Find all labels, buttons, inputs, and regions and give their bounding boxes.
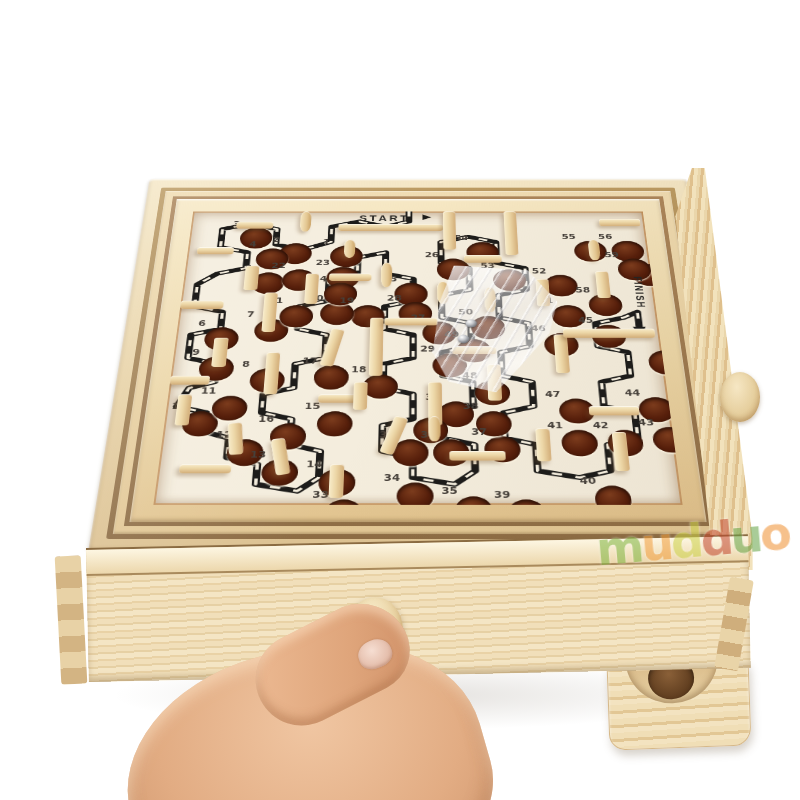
corner-foot: [607, 658, 752, 751]
hole-number-40: 40: [579, 476, 596, 487]
hole-number-23: 23: [316, 259, 331, 267]
hole-number-55: 55: [561, 233, 576, 241]
hole-number-28: 28: [387, 294, 402, 303]
hole-number-4: 4: [249, 240, 257, 248]
hole-number-35: 35: [441, 486, 457, 497]
hole-number-22: 22: [271, 261, 286, 269]
hole-number-26: 26: [425, 251, 439, 259]
hole-number-19: 19: [339, 296, 354, 305]
maze-wall: [236, 222, 273, 229]
steel-ball: [465, 319, 477, 327]
hole-number-8: 8: [242, 359, 250, 368]
maze-dowel: [428, 416, 440, 441]
hole-number-39: 39: [494, 489, 511, 500]
maze-wall: [449, 451, 506, 460]
hole-number-41: 41: [547, 420, 563, 430]
watermark-letter: u: [639, 516, 673, 572]
hole-34: [397, 483, 434, 505]
maze-wall: [503, 211, 518, 254]
hole-number-43: 43: [638, 417, 655, 427]
hole-number-18: 18: [351, 365, 366, 374]
hole-number-37: 37: [471, 427, 487, 437]
watermark-letter: d: [668, 513, 703, 569]
maze-wall: [228, 422, 244, 455]
steel-ball: [458, 335, 470, 344]
labyrinth-product-photo: START FINISH 123456789101112131415161718…: [0, 0, 800, 800]
maze-wall: [353, 382, 368, 410]
maze-wall: [178, 464, 231, 473]
hole-number-6: 6: [198, 319, 207, 328]
maze-wall: [369, 318, 384, 376]
hole-number-42: 42: [592, 420, 609, 430]
box-joint-left: [55, 555, 88, 684]
maze-wall: [329, 274, 371, 282]
maze-wall: [599, 219, 641, 226]
hole-number-52: 52: [532, 267, 547, 275]
hole-number-7: 7: [247, 310, 255, 319]
hole-number-1: 1: [323, 238, 331, 246]
hole-number-9: 9: [192, 347, 201, 356]
hole-number-59: 59: [604, 251, 619, 259]
hole-number-33: 33: [312, 489, 329, 500]
hole-number-15: 15: [304, 402, 320, 412]
start-arrow-icon: [423, 214, 432, 220]
maze-lid: START FINISH 123456789101112131415161718…: [88, 179, 748, 552]
hole-number-45: 45: [578, 316, 594, 325]
hole-number-58: 58: [575, 285, 590, 294]
watermark-letter: m: [594, 519, 643, 577]
start-label: START: [359, 214, 410, 223]
maze-wall: [328, 464, 344, 498]
hole-number-16: 16: [258, 414, 274, 424]
maze-wall: [464, 255, 501, 262]
maze-wall: [338, 224, 443, 231]
maze-dowel: [344, 239, 356, 257]
hole-number-17: 17: [302, 356, 318, 365]
maze-wall: [244, 266, 259, 290]
maze-dowel: [380, 263, 392, 287]
hole-number-47: 47: [545, 389, 561, 399]
hole-number-44: 44: [624, 388, 641, 398]
maze-wall: [535, 429, 552, 461]
maze-wall: [180, 301, 224, 309]
maze-wall: [197, 247, 235, 254]
hole-number-56: 56: [598, 233, 613, 241]
hole-number-38: 38: [463, 402, 479, 412]
maze-playfield: START FINISH 123456789101112131415161718…: [153, 211, 682, 504]
maze-wall: [443, 211, 456, 249]
maze-wall: [304, 274, 319, 304]
hole-number-34: 34: [384, 472, 400, 483]
hole-number-11: 11: [200, 386, 216, 396]
hole-number-13: 13: [250, 449, 267, 459]
watermark-letter: o: [758, 506, 791, 562]
hole-number-2: 2: [272, 235, 280, 243]
hole-number-54: 54: [454, 234, 468, 242]
maze-wall: [384, 318, 437, 326]
right-tilt-knob[interactable]: [720, 372, 760, 422]
maze-wall: [170, 376, 211, 384]
watermark-letter: d: [698, 511, 733, 567]
maze-wall: [589, 406, 640, 415]
maze-wall: [562, 329, 655, 338]
hole-number-14: 14: [306, 459, 323, 469]
